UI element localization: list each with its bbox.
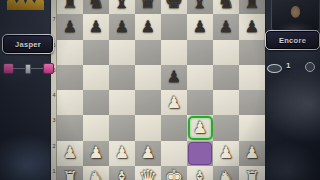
square-d4[interactable]: [135, 90, 161, 115]
square-e2[interactable]: [161, 141, 187, 166]
black-king-e8[interactable]: ♚: [161, 0, 187, 14]
white-pawn-d2[interactable]: ♟: [135, 140, 161, 165]
square-h5[interactable]: [239, 65, 265, 90]
black-pawn-c7[interactable]: ♟: [109, 14, 135, 39]
black-pawn-f7[interactable]: ♟: [187, 14, 213, 39]
white-knight-b1[interactable]: ♞: [83, 165, 109, 180]
chess-board: 87654321 ♜♞♝♛♚♝♞♜♟♟♟♟♟♟♟♟♟♟♟♟♟♟♟♟♜♞♝♛♚♝♞…: [51, 0, 265, 180]
oval-tray-icon: [267, 64, 282, 73]
square-c5[interactable]: [109, 65, 135, 90]
square-b6[interactable]: [83, 40, 109, 65]
black-pawn-h7[interactable]: ♟: [239, 14, 265, 39]
white-pawn-c2[interactable]: ♟: [109, 140, 135, 165]
white-knight-g1[interactable]: ♞: [213, 165, 239, 180]
black-rook-h8[interactable]: ♜: [239, 0, 265, 14]
black-knight-b8[interactable]: ♞: [83, 0, 109, 14]
square-h4[interactable]: [239, 90, 265, 115]
square-d5[interactable]: [135, 65, 161, 90]
chess-app-window: Jasper Encore 1 87654321 ♜♞♝♛♚♝♞♜♟♟♟♟♟♟♟…: [0, 0, 320, 180]
square-f5[interactable]: [187, 65, 213, 90]
square-e6[interactable]: [161, 40, 187, 65]
black-bishop-c8[interactable]: ♝: [109, 0, 135, 14]
square-f2[interactable]: [187, 141, 213, 166]
left-player-name-plate: Jasper: [2, 34, 54, 54]
square-g4[interactable]: [213, 90, 239, 115]
white-rook-h1[interactable]: ♜: [239, 165, 265, 180]
black-pawn-g7[interactable]: ♟: [213, 14, 239, 39]
black-pawn-e5[interactable]: ♟: [161, 64, 187, 89]
square-g3[interactable]: [213, 115, 239, 140]
square-e7[interactable]: [161, 14, 187, 39]
white-queen-d1[interactable]: ♛: [135, 165, 161, 180]
right-player-name: Encore: [279, 36, 306, 45]
white-rook-a1[interactable]: ♜: [57, 165, 83, 180]
ring-badge-icon: [305, 62, 315, 72]
square-e3[interactable]: [161, 115, 187, 140]
white-pawn-a2[interactable]: ♟: [57, 140, 83, 165]
square-c4[interactable]: [109, 90, 135, 115]
square-f4[interactable]: [187, 90, 213, 115]
square-b3[interactable]: [83, 115, 109, 140]
white-pawn-f3[interactable]: ♟: [187, 115, 213, 140]
square-g6[interactable]: [213, 40, 239, 65]
right-player-badge-count: 1: [286, 61, 290, 70]
square-a5[interactable]: [57, 65, 83, 90]
center-pin-icon: [25, 64, 31, 74]
square-f6[interactable]: [187, 40, 213, 65]
white-king-e1[interactable]: ♚: [161, 165, 187, 180]
right-player-name-plate: Encore: [265, 30, 320, 50]
black-pawn-a7[interactable]: ♟: [57, 14, 83, 39]
square-a4[interactable]: [57, 90, 83, 115]
left-player-name: Jasper: [15, 40, 41, 49]
square-b4[interactable]: [83, 90, 109, 115]
black-knight-g8[interactable]: ♞: [213, 0, 239, 14]
square-a6[interactable]: [57, 40, 83, 65]
white-pawn-h2[interactable]: ♟: [239, 140, 265, 165]
square-b5[interactable]: [83, 65, 109, 90]
white-bishop-f1[interactable]: ♝: [187, 165, 213, 180]
white-bishop-c1[interactable]: ♝: [109, 165, 135, 180]
square-d3[interactable]: [135, 115, 161, 140]
square-a3[interactable]: [57, 115, 83, 140]
black-pawn-b7[interactable]: ♟: [83, 14, 109, 39]
black-pawn-d7[interactable]: ♟: [135, 14, 161, 39]
right-player-portrait-avatar: [271, 0, 320, 31]
black-queen-d8[interactable]: ♛: [135, 0, 161, 14]
last-move-from-highlight: [188, 142, 212, 165]
square-h3[interactable]: [239, 115, 265, 140]
square-g5[interactable]: [213, 65, 239, 90]
black-rook-a8[interactable]: ♜: [57, 0, 83, 14]
square-h6[interactable]: [239, 40, 265, 65]
white-pawn-e4[interactable]: ♟: [161, 90, 187, 115]
square-c3[interactable]: [109, 115, 135, 140]
pink-badge-icon: [43, 63, 54, 74]
black-bishop-f8[interactable]: ♝: [187, 0, 213, 14]
white-pawn-g2[interactable]: ♟: [213, 140, 239, 165]
board-squares: ♜♞♝♛♚♝♞♜♟♟♟♟♟♟♟♟♟♟♟♟♟♟♟♟♜♞♝♛♚♝♞♜: [57, 0, 265, 180]
white-pawn-b2[interactable]: ♟: [83, 140, 109, 165]
square-c6[interactable]: [109, 40, 135, 65]
square-d6[interactable]: [135, 40, 161, 65]
